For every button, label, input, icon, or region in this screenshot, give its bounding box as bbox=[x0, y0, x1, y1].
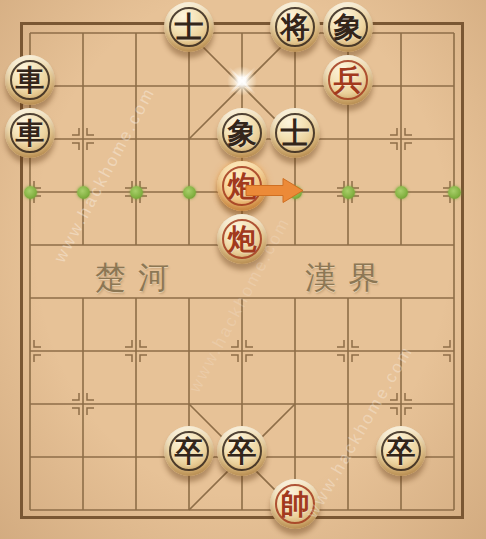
piece-glyph: 卒 bbox=[376, 426, 426, 476]
piece-glyph: 車 bbox=[5, 108, 55, 158]
piece-glyph: 将 bbox=[270, 2, 320, 52]
piece-red-soldier[interactable]: 兵 bbox=[323, 55, 373, 105]
xiangqi-board: 楚河 漢界 士将象車兵車象士炮炮卒卒卒帥 www.hackhome.com ww… bbox=[0, 0, 486, 539]
piece-red-general[interactable]: 帥 bbox=[270, 479, 320, 529]
move-dot[interactable] bbox=[130, 186, 143, 199]
piece-black-elephant[interactable]: 象 bbox=[217, 108, 267, 158]
move-dot[interactable] bbox=[395, 186, 408, 199]
piece-glyph: 象 bbox=[323, 2, 373, 52]
piece-glyph: 象 bbox=[217, 108, 267, 158]
piece-black-chariot[interactable]: 車 bbox=[5, 108, 55, 158]
piece-glyph: 卒 bbox=[217, 426, 267, 476]
piece-black-chariot[interactable]: 車 bbox=[5, 55, 55, 105]
piece-glyph: 車 bbox=[5, 55, 55, 105]
piece-glyph: 炮 bbox=[217, 161, 267, 211]
piece-black-advisor[interactable]: 士 bbox=[270, 108, 320, 158]
move-dot[interactable] bbox=[289, 186, 302, 199]
piece-black-general[interactable]: 将 bbox=[270, 2, 320, 52]
move-dot[interactable] bbox=[183, 186, 196, 199]
piece-black-soldier[interactable]: 卒 bbox=[376, 426, 426, 476]
piece-black-advisor[interactable]: 士 bbox=[164, 2, 214, 52]
piece-glyph: 卒 bbox=[164, 426, 214, 476]
piece-glyph: 帥 bbox=[270, 479, 320, 529]
board-intersections-grid: 士将象車兵車象士炮炮卒卒卒帥 bbox=[4, 7, 481, 537]
move-dot[interactable] bbox=[448, 186, 461, 199]
piece-black-elephant[interactable]: 象 bbox=[323, 2, 373, 52]
move-dot[interactable] bbox=[24, 186, 37, 199]
move-dot[interactable] bbox=[77, 186, 90, 199]
piece-red-cannon[interactable]: 炮 bbox=[217, 161, 267, 211]
piece-glyph: 士 bbox=[164, 2, 214, 52]
piece-glyph: 士 bbox=[270, 108, 320, 158]
piece-black-soldier[interactable]: 卒 bbox=[217, 426, 267, 476]
piece-glyph: 炮 bbox=[217, 214, 267, 264]
move-dot[interactable] bbox=[342, 186, 355, 199]
piece-black-soldier[interactable]: 卒 bbox=[164, 426, 214, 476]
piece-red-cannon[interactable]: 炮 bbox=[217, 214, 267, 264]
piece-glyph: 兵 bbox=[323, 55, 373, 105]
